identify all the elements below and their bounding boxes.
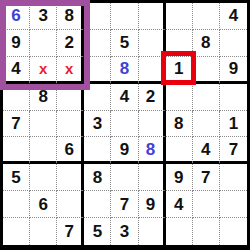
cell-r1c5[interactable]	[111, 3, 138, 30]
given-digit: 9	[120, 141, 129, 158]
cell-r4c9[interactable]	[220, 84, 247, 111]
given-digit: 1	[229, 115, 238, 132]
given-digit: 7	[201, 169, 210, 186]
cell-r4c6[interactable]: 2	[139, 84, 166, 111]
cell-r6c8[interactable]: 4	[193, 137, 220, 164]
cell-r6c5[interactable]: 9	[111, 137, 138, 164]
given-digit: 3	[38, 7, 47, 24]
given-digit: 4	[120, 88, 129, 105]
cell-r1c3[interactable]: 8	[57, 3, 84, 30]
cell-r1c1[interactable]: 6	[3, 3, 30, 30]
cell-r3c6[interactable]	[139, 57, 166, 84]
given-digit: 8	[201, 34, 210, 51]
cell-r8c6[interactable]: 9	[139, 191, 166, 218]
given-digit: 5	[120, 34, 129, 51]
cell-r5c4[interactable]: 3	[84, 111, 111, 138]
cell-r9c3[interactable]: 7	[57, 218, 84, 245]
given-digit: 7	[120, 196, 129, 213]
cell-r6c1[interactable]	[3, 137, 30, 164]
cell-r6c4[interactable]	[84, 137, 111, 164]
cell-r6c6[interactable]: 8	[139, 137, 166, 164]
cell-r8c2[interactable]: 6	[30, 191, 57, 218]
given-digit: 8	[65, 7, 74, 24]
cell-r9c7[interactable]	[166, 218, 193, 245]
sudoku-grid: 638492584xx81984273816984758976794753	[3, 3, 247, 245]
cell-r8c9[interactable]	[220, 191, 247, 218]
given-digit: 4	[201, 141, 210, 158]
red-x-mark: x	[65, 61, 73, 76]
given-digit: 9	[229, 60, 238, 77]
given-digit: 7	[65, 223, 74, 240]
cell-r9c9[interactable]	[220, 218, 247, 245]
cell-r7c8[interactable]: 7	[193, 164, 220, 191]
cell-r9c8[interactable]	[193, 218, 220, 245]
given-digit: 8	[38, 88, 47, 105]
cell-r7c4[interactable]: 8	[84, 164, 111, 191]
cell-r6c3[interactable]: 6	[57, 137, 84, 164]
red-x-mark: x	[39, 61, 47, 76]
given-digit: 9	[146, 196, 155, 213]
cell-r1c6[interactable]	[139, 3, 166, 30]
given-digit: 6	[65, 141, 74, 158]
cell-r8c7[interactable]: 4	[166, 191, 193, 218]
cell-r7c5[interactable]	[111, 164, 138, 191]
cell-r1c8[interactable]	[193, 3, 220, 30]
cell-r4c4[interactable]	[84, 84, 111, 111]
given-digit: 8	[174, 115, 183, 132]
blue-digit: 8	[146, 141, 155, 158]
cell-r4c8[interactable]	[193, 84, 220, 111]
cell-r3c1[interactable]: 4	[3, 57, 30, 84]
given-digit: 4	[174, 196, 183, 213]
cell-r3c3[interactable]: x	[57, 57, 84, 84]
cell-r1c9[interactable]: 4	[220, 3, 247, 30]
cell-r9c6[interactable]	[139, 218, 166, 245]
cell-r6c2[interactable]	[30, 137, 57, 164]
given-digit: 9	[174, 169, 183, 186]
cell-r3c4[interactable]	[84, 57, 111, 84]
given-digit: 4	[229, 7, 238, 24]
cell-r7c3[interactable]	[57, 164, 84, 191]
cell-r4c2[interactable]: 8	[30, 84, 57, 111]
cell-r5c3[interactable]	[57, 111, 84, 138]
cell-r6c9[interactable]: 7	[220, 137, 247, 164]
given-digit: 5	[93, 223, 102, 240]
cell-r8c5[interactable]: 7	[111, 191, 138, 218]
cell-r9c4[interactable]: 5	[84, 218, 111, 245]
cell-r5c5[interactable]	[111, 111, 138, 138]
cell-r7c1[interactable]: 5	[3, 164, 30, 191]
cell-r2c3[interactable]: 2	[57, 30, 84, 57]
given-digit: 7	[11, 115, 20, 132]
cell-r7c2[interactable]	[30, 164, 57, 191]
cell-r8c1[interactable]	[3, 191, 30, 218]
given-digit: 8	[93, 169, 102, 186]
cell-r5c7[interactable]: 8	[166, 111, 193, 138]
cell-r2c7[interactable]	[166, 30, 193, 57]
cell-r9c2[interactable]	[30, 218, 57, 245]
cell-r1c2[interactable]: 3	[30, 3, 57, 30]
cell-r7c6[interactable]	[139, 164, 166, 191]
cell-r8c8[interactable]	[193, 191, 220, 218]
cell-r2c5[interactable]: 5	[111, 30, 138, 57]
cell-r3c2[interactable]: x	[30, 57, 57, 84]
cell-r8c3[interactable]	[57, 191, 84, 218]
cell-r4c7[interactable]	[166, 84, 193, 111]
cell-r6c7[interactable]	[166, 137, 193, 164]
sudoku-board: 638492584xx81984273816984758976794753	[0, 0, 250, 250]
cell-r9c1[interactable]	[3, 218, 30, 245]
given-digit: 2	[65, 34, 74, 51]
cell-r3c5[interactable]: 8	[111, 57, 138, 84]
cell-r2c2[interactable]	[30, 30, 57, 57]
cell-r3c8[interactable]	[193, 57, 220, 84]
cell-r8c4[interactable]	[84, 191, 111, 218]
cell-r5c6[interactable]	[139, 111, 166, 138]
given-digit: 9	[11, 34, 20, 51]
cell-r9c5[interactable]: 3	[111, 218, 138, 245]
given-digit: 1	[174, 60, 183, 77]
cell-r5c1[interactable]: 7	[3, 111, 30, 138]
given-digit: 5	[11, 169, 20, 186]
cell-r5c9[interactable]: 1	[220, 111, 247, 138]
cell-r5c2[interactable]	[30, 111, 57, 138]
given-digit: 2	[146, 88, 155, 105]
cell-r1c7[interactable]	[166, 3, 193, 30]
cell-r2c1[interactable]: 9	[3, 30, 30, 57]
cell-r2c8[interactable]: 8	[193, 30, 220, 57]
given-digit: 6	[38, 196, 47, 213]
given-digit: 7	[229, 141, 238, 158]
cell-r4c1[interactable]	[3, 84, 30, 111]
cell-r4c3[interactable]	[57, 84, 84, 111]
blue-digit: 8	[120, 60, 129, 77]
given-digit: 3	[93, 115, 102, 132]
cell-r1c4[interactable]	[84, 3, 111, 30]
cell-r3c9[interactable]: 9	[220, 57, 247, 84]
cell-r5c8[interactable]	[193, 111, 220, 138]
cell-r3c7[interactable]: 1	[166, 57, 193, 84]
given-digit: 3	[120, 223, 129, 240]
cell-r2c9[interactable]	[220, 30, 247, 57]
cell-r2c6[interactable]	[139, 30, 166, 57]
cell-r7c9[interactable]	[220, 164, 247, 191]
cell-r7c7[interactable]: 9	[166, 164, 193, 191]
cell-r4c5[interactable]: 4	[111, 84, 138, 111]
cell-r2c4[interactable]	[84, 30, 111, 57]
given-digit: 4	[11, 60, 20, 77]
blue-digit: 6	[11, 7, 20, 24]
